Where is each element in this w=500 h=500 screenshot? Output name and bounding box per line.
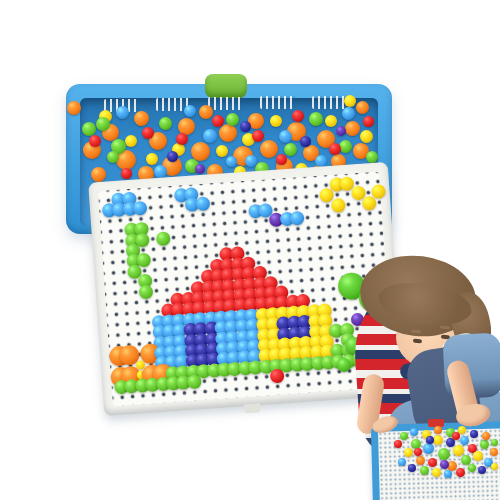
tray-peg [159, 117, 172, 130]
tray-peg [184, 105, 196, 117]
mini-board-peg [460, 436, 469, 445]
mini-board-peg [480, 440, 489, 449]
tray-peg [260, 140, 278, 158]
tray-vent-slots [260, 96, 296, 109]
tray-peg [279, 130, 292, 143]
tray-peg [203, 129, 217, 143]
tray-peg [292, 110, 304, 122]
child-left-eye [413, 339, 422, 343]
mosaic-peg [156, 231, 171, 246]
tray-peg [125, 135, 137, 147]
mini-board-peg [491, 463, 498, 470]
mini-board-peg [432, 468, 441, 477]
mosaic-peg [290, 211, 305, 226]
tray-peg [178, 118, 195, 135]
mini-board-peg [444, 470, 452, 478]
product-photo [0, 0, 500, 500]
mini-board-peg [408, 464, 416, 472]
tray-peg [107, 151, 119, 163]
tray-peg [300, 136, 311, 147]
mini-board-peg [428, 458, 437, 467]
tray-peg [252, 130, 264, 142]
tray-peg [134, 111, 149, 126]
tray-peg [325, 115, 337, 127]
tray-vent-slots [208, 97, 244, 110]
tray-peg [176, 133, 188, 145]
tray-peg [309, 112, 323, 126]
mini-board-peg [414, 448, 422, 456]
mini-board-peg [490, 448, 498, 456]
tray-peg [363, 116, 374, 127]
tray-handle [205, 74, 247, 98]
tray-peg [82, 122, 96, 136]
mosaic-peg [187, 375, 202, 390]
mini-board-peg [482, 432, 490, 440]
tray-peg [356, 101, 369, 114]
mini-board-peg [416, 456, 425, 465]
mini-board-peg [456, 468, 465, 477]
tray-vent-slots [312, 96, 348, 109]
mini-board-peg [440, 460, 449, 469]
tray-peg [240, 121, 251, 132]
tray-peg [167, 151, 178, 162]
tray-peg [91, 167, 106, 182]
tray-peg [146, 153, 158, 165]
tray-peg [226, 156, 237, 167]
mini-board-peg [468, 464, 476, 472]
tray-peg [360, 130, 373, 143]
tray-peg [344, 95, 356, 107]
tray-peg [121, 168, 132, 179]
tray-peg [284, 143, 297, 156]
tray-peg [142, 127, 154, 139]
loose-peg [337, 358, 351, 372]
mini-board-peg [394, 440, 402, 448]
mini-board-peg [434, 426, 442, 434]
mosaic-peg [195, 197, 210, 212]
mosaic-peg [133, 201, 148, 216]
mini-board-peg [473, 451, 483, 461]
pegboard-foot-tab [244, 403, 261, 413]
mosaic-peg [362, 196, 377, 211]
tray-peg [345, 121, 360, 136]
tray-peg [216, 145, 228, 157]
mini-board-peg [404, 448, 413, 457]
mini-board-peg [423, 443, 434, 454]
pegboard-hole-grid [98, 171, 394, 406]
tray-peg [154, 165, 167, 178]
mosaic-peg [331, 198, 346, 213]
mini-board-peg [491, 439, 498, 446]
mini-board-peg [398, 458, 406, 466]
tray-peg [212, 115, 224, 127]
tray-peg [336, 126, 346, 136]
mini-board-peg [420, 466, 429, 475]
mini-board-peg [452, 432, 460, 440]
mini-board-peg [453, 445, 464, 456]
tray-peg [276, 154, 287, 165]
tray-peg [245, 155, 257, 167]
mini-board-peg [438, 448, 450, 460]
tray-peg [342, 107, 355, 120]
mini-board-peg [478, 466, 486, 474]
tray-peg [226, 113, 239, 126]
tray-peg [195, 164, 205, 174]
mosaic-peg [270, 369, 285, 384]
tray-peg [199, 105, 213, 119]
mini-board-peg [410, 428, 418, 436]
mini-board-peg [426, 436, 434, 444]
tray-peg [219, 124, 237, 142]
tray-peg [116, 106, 129, 119]
tray-peg [366, 151, 378, 163]
tray-peg [191, 142, 210, 161]
tray-peg [67, 101, 81, 115]
tray-peg [329, 143, 341, 155]
mini-board-peg [433, 435, 443, 445]
mosaic-peg [139, 284, 154, 299]
tray-peg [270, 115, 282, 127]
tray-peg [89, 135, 101, 147]
mini-board-peg [470, 430, 478, 438]
mini-board-peg [400, 432, 408, 440]
tray-peg [96, 117, 110, 131]
